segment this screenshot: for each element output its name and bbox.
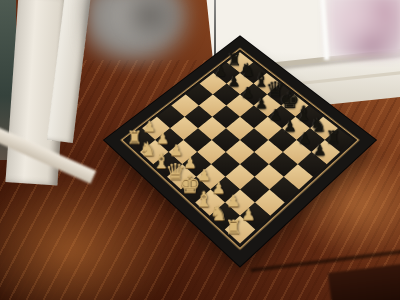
square-d5 xyxy=(226,117,254,140)
square-e4 xyxy=(226,140,255,164)
curtain-blur-dark xyxy=(120,0,180,42)
black-pawn-h7: ♟ xyxy=(310,143,330,158)
artwork-blur xyxy=(326,0,400,58)
white-rook-h1: ♜ xyxy=(223,217,245,236)
background-rod xyxy=(214,0,216,58)
chess-set-photo: ♜♞♝♛♚♝♞♜♟♟♟♟♟♟♟♟♟♟♟♟♟♟♟♟♜♞♝♛♚♝♞♜ xyxy=(0,0,400,300)
